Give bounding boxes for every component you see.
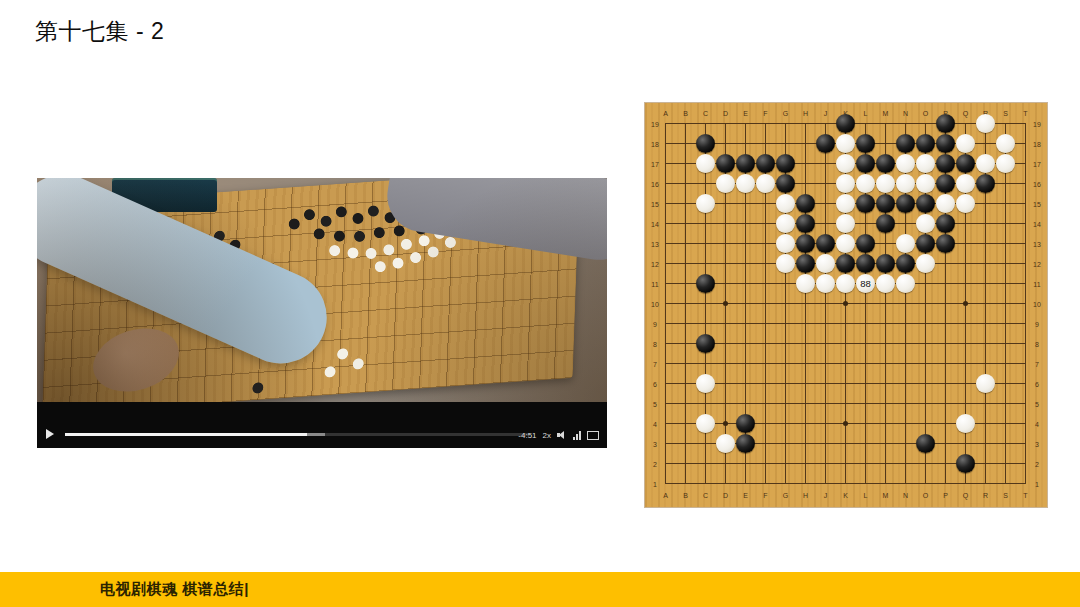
coord-label-right: 13 [1033,240,1041,247]
coord-label-bottom: J [824,492,828,499]
white-stone [896,274,915,293]
speaker-icon[interactable] [557,431,567,439]
white-stone [816,254,835,273]
coord-label-top: C [703,110,708,117]
black-stone [916,194,935,213]
player-hand [85,318,187,402]
white-stone [996,154,1015,173]
black-stone [836,114,855,133]
star-point [843,301,848,306]
black-stone [876,254,895,273]
coord-label-left: 14 [651,220,659,227]
star-point [723,301,728,306]
coord-label-right: 9 [1035,320,1039,327]
coord-label-top: L [864,110,868,117]
coord-label-left: 1 [653,480,657,487]
black-stone [756,154,775,173]
black-stone [856,234,875,253]
white-stone [996,134,1015,153]
black-stone [916,234,935,253]
coord-label-right: 17 [1033,160,1041,167]
coord-label-bottom: A [663,492,668,499]
white-stone [796,274,815,293]
footer-bar: 电视剧棋魂 棋谱总结| [0,572,1080,607]
black-stone [776,154,795,173]
coord-label-top: S [1003,110,1008,117]
coord-label-left: 10 [651,300,659,307]
black-stone [796,194,815,213]
black-stone [956,154,975,173]
coord-label-left: 3 [653,440,657,447]
black-stone [956,454,975,473]
coord-label-bottom: D [723,492,728,499]
coord-label-left: 5 [653,400,657,407]
white-stone [896,234,915,253]
white-stone [956,134,975,153]
white-stone [856,174,875,193]
white-stone [836,194,855,213]
black-stone [856,194,875,213]
playback-speed-button[interactable]: 2x [543,431,551,440]
star-point [963,301,968,306]
white-stone [776,194,795,213]
white-stone [976,154,995,173]
black-stone [856,154,875,173]
coord-label-right: 12 [1033,260,1041,267]
coord-label-bottom: L [864,492,868,499]
white-stone [776,254,795,273]
footer-text: 电视剧棋魂 棋谱总结| [100,580,249,599]
white-stone [836,154,855,173]
black-stone [696,334,715,353]
white-stone [956,414,975,433]
white-stone [776,214,795,233]
progress-played [65,433,307,436]
progress-buffered [307,433,326,436]
coord-label-bottom: Q [963,492,968,499]
time-remaining-label: -4:51 [518,431,536,440]
goban-photo [42,178,580,402]
white-stone [696,154,715,173]
progress-bar[interactable] [65,433,530,436]
white-stone [696,374,715,393]
coord-label-right: 6 [1035,380,1039,387]
coord-label-top: H [803,110,808,117]
white-stone [696,414,715,433]
video-player[interactable]: -4:51 2x [37,178,607,448]
white-stone [916,214,935,233]
white-stone [956,194,975,213]
coord-label-top: N [903,110,908,117]
coord-label-top: O [923,110,928,117]
white-stone [836,274,855,293]
white-stone [916,254,935,273]
white-stone [976,114,995,133]
video-controls: -4:51 2x [37,402,607,448]
black-stone [896,254,915,273]
coord-label-bottom: P [943,492,948,499]
black-stone [876,194,895,213]
coord-label-left: 9 [653,320,657,327]
coord-label-right: 2 [1035,460,1039,467]
black-stone [936,214,955,233]
black-stone [916,434,935,453]
coord-label-right: 5 [1035,400,1039,407]
opponent-sleeve [382,178,607,265]
coord-label-right: 4 [1035,420,1039,427]
slide-title: 第十七集 - 2 [35,16,164,47]
black-stone [936,154,955,173]
coord-label-left: 19 [651,120,659,127]
coord-label-right: 10 [1033,300,1041,307]
coord-label-bottom: K [843,492,848,499]
white-stone [836,134,855,153]
coord-label-bottom: H [803,492,808,499]
white-stone [876,174,895,193]
white-stone [916,174,935,193]
black-stone [856,134,875,153]
white-stone [896,174,915,193]
coord-label-left: 13 [651,240,659,247]
black-stone [736,414,755,433]
coord-label-top: A [663,110,668,117]
coord-label-left: 4 [653,420,657,427]
white-stone [916,154,935,173]
black-stone [696,274,715,293]
coord-label-top: E [743,110,748,117]
black-stone [816,134,835,153]
coord-label-right: 3 [1035,440,1039,447]
coord-label-bottom: T [1023,492,1027,499]
coord-label-right: 14 [1033,220,1041,227]
coord-label-bottom: B [683,492,688,499]
white-stone [716,434,735,453]
white-stone [776,234,795,253]
black-stone [936,174,955,193]
white-stone [696,194,715,213]
coord-label-top: T [1023,110,1027,117]
black-stone [916,134,935,153]
player-arm [37,178,341,378]
coord-label-left: 15 [651,200,659,207]
coord-label-bottom: R [983,492,988,499]
coord-label-bottom: C [703,492,708,499]
go-board: AABBCCDDEEFFGGHHJJKKLLMMNNOOPPQQRRSSTT19… [645,103,1047,507]
black-stone [976,174,995,193]
video-frame[interactable] [37,178,607,402]
coord-label-bottom: E [743,492,748,499]
black-stone [736,154,755,173]
coord-label-right: 19 [1033,120,1041,127]
black-stone [896,134,915,153]
coord-label-top: F [763,110,767,117]
black-stone [696,134,715,153]
star-point [843,421,848,426]
coord-label-bottom: M [883,492,889,499]
coord-label-left: 2 [653,460,657,467]
coord-label-top: D [723,110,728,117]
play-button[interactable] [46,429,54,439]
black-stone [896,194,915,213]
white-stone [876,274,895,293]
black-stone [796,214,815,233]
coord-label-right: 7 [1035,360,1039,367]
black-stone [716,154,735,173]
black-stone [936,114,955,133]
white-stone [956,174,975,193]
white-stone [836,214,855,233]
black-stone [816,234,835,253]
coord-label-right: 1 [1035,480,1039,487]
fullscreen-icon[interactable] [587,431,599,440]
black-stone [736,434,755,453]
black-stone [796,234,815,253]
coord-label-top: J [824,110,828,117]
coord-label-top: B [683,110,688,117]
star-point [723,421,728,426]
coord-label-bottom: O [923,492,928,499]
white-stone [896,154,915,173]
black-stone [856,254,875,273]
coord-label-left: 18 [651,140,659,147]
coord-label-right: 11 [1033,280,1040,287]
black-stone [836,254,855,273]
coord-label-bottom: F [763,492,767,499]
black-stone [876,214,895,233]
coord-label-bottom: S [1003,492,1008,499]
coord-label-left: 16 [651,180,659,187]
black-stone [796,254,815,273]
white-stone [736,174,755,193]
black-stone [936,134,955,153]
stone-cluster [278,179,496,302]
coord-label-bottom: G [783,492,788,499]
coord-label-left: 11 [651,280,658,287]
coord-label-right: 16 [1033,180,1041,187]
coord-label-bottom: N [903,492,908,499]
coord-label-top: M [883,110,889,117]
black-stone [936,234,955,253]
signal-bars-icon[interactable] [573,431,581,440]
black-stone [876,154,895,173]
coord-label-right: 8 [1035,340,1039,347]
coord-label-left: 17 [651,160,659,167]
white-stone [816,274,835,293]
white-stone [936,194,955,213]
stone-tray [112,178,217,212]
white-stone [976,374,995,393]
white-stone [836,174,855,193]
coord-label-right: 18 [1033,140,1041,147]
coord-label-left: 8 [653,340,657,347]
white-stone [756,174,775,193]
black-stone [776,174,795,193]
white-stone [716,174,735,193]
coord-label-left: 7 [653,360,657,367]
coord-label-top: G [783,110,788,117]
coord-label-left: 12 [651,260,659,267]
coord-label-right: 15 [1033,200,1041,207]
coord-label-top: Q [963,110,968,117]
move-88-stone: 88 [856,274,875,293]
white-stone [836,234,855,253]
coord-label-left: 6 [653,380,657,387]
